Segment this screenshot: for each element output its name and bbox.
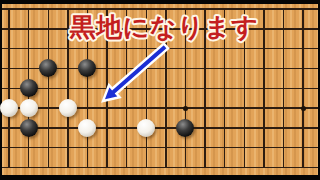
black-stone [20,79,38,97]
video-frame: 黒地になります [0,0,320,180]
grid-line-horizontal [2,48,318,50]
letterbox-bar-bottom [0,175,320,180]
white-stone [20,99,38,117]
grid-line-horizontal [2,167,318,169]
black-stone [20,119,38,137]
star-point [301,106,306,111]
go-board [2,4,318,175]
white-stone [59,99,77,117]
letterbox-bar-top [0,0,320,4]
grid-line-horizontal [2,8,318,10]
white-stone [0,99,18,117]
grid-line-horizontal [2,127,318,129]
grid-line-horizontal [2,147,318,149]
star-point [183,106,188,111]
white-stone [137,119,155,137]
grid-line-horizontal [2,88,318,90]
grid-line-horizontal [2,28,318,30]
grid-line-horizontal [2,107,318,109]
